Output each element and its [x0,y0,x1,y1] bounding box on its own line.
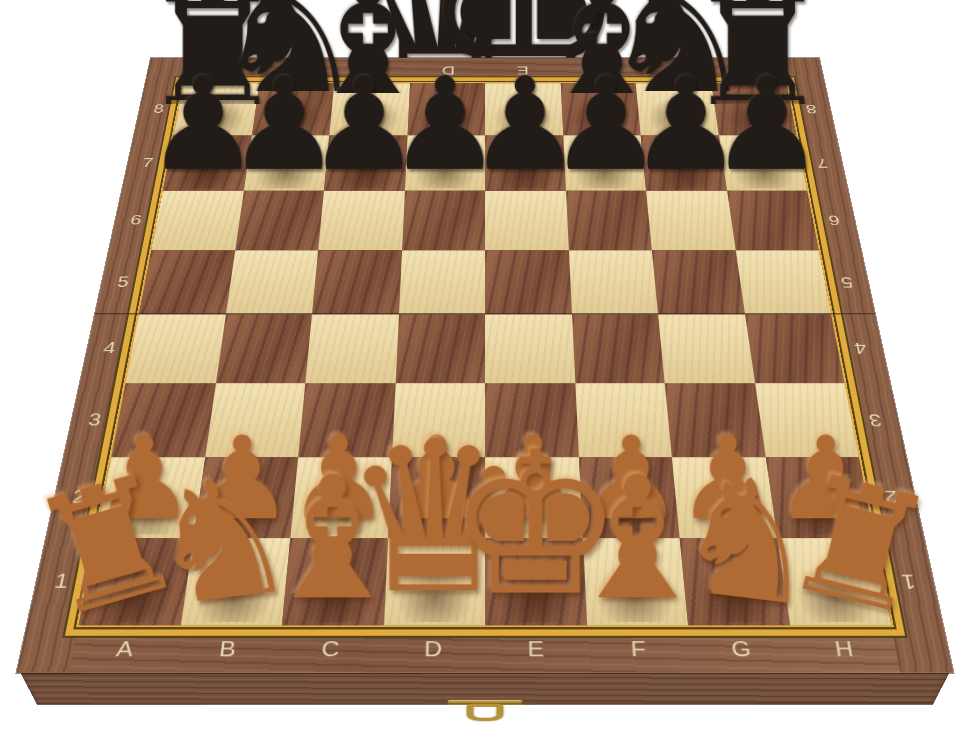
square-e3 [485,383,578,457]
chess-set-product-photo: ABCDEFGH ABCDEFGH 87654321 87654321 ♜♞♝♛… [0,0,970,751]
piece-white-pawn-g2: ♟ [677,421,780,536]
square-c3 [298,383,395,457]
board-3d-wrapper: ABCDEFGH ABCDEFGH 87654321 87654321 ♜♞♝♛… [17,58,954,673]
square-f3 [575,383,672,457]
square-e8: ♚ [485,83,563,135]
square-c1: ♝ [282,538,388,626]
square-e5 [485,250,572,314]
square-h3 [754,383,858,457]
square-h4 [745,314,845,383]
square-b7: ♟ [243,135,329,191]
file-label-bottom-D: D [381,625,485,673]
square-e2: ♟ [485,457,582,538]
file-labels-bottom: ABCDEFGH [70,625,901,673]
square-f8: ♝ [560,83,640,135]
square-d2: ♟ [388,457,485,538]
square-c6 [318,191,404,250]
square-c7: ♟ [324,135,407,191]
folding-chess-board: ABCDEFGH ABCDEFGH 87654321 87654321 ♜♞♝♛… [17,58,954,673]
fold-seam [95,313,876,315]
square-a2: ♟ [96,457,205,538]
file-label-bottom-G: G [688,625,796,673]
file-label-top-E: E [485,58,560,83]
piece-white-pawn-d2: ♟ [385,421,488,536]
piece-white-pawn-f2: ♟ [579,421,682,536]
board-grid: ♜♞♝♛♚♝♞♜♟♟♟♟♟♟♟♟♟♟♟♟♟♟♟♟♜♞♝♛♚♝♞♜ [79,83,891,625]
file-label-bottom-B: B [173,625,281,673]
brass-clasp [448,700,523,724]
square-b8: ♞ [251,83,334,135]
square-a5 [139,250,235,314]
square-f2: ♟ [578,457,679,538]
square-g1: ♞ [680,538,790,626]
square-d7: ♟ [404,135,485,191]
square-e1: ♚ [485,538,587,626]
square-e6 [485,191,568,250]
piece-white-pawn-b2: ♟ [191,421,294,536]
square-a7: ♟ [163,135,252,191]
square-g7: ♟ [641,135,727,191]
square-g4 [658,314,754,383]
square-c5 [312,250,402,314]
file-label-top-G: G [633,58,711,83]
file-label-top-H: H [707,58,786,83]
square-d4 [395,314,485,383]
piece-white-pawn-e2: ♟ [482,421,585,536]
square-a4 [126,314,226,383]
file-labels-top: ABCDEFGH [184,58,787,83]
square-f4 [572,314,665,383]
square-d8: ♛ [407,83,485,135]
file-label-bottom-F: F [587,625,693,673]
square-h6 [727,191,819,250]
square-a6 [151,191,243,250]
square-e7: ♟ [485,135,566,191]
square-c8: ♝ [329,83,409,135]
square-a8: ♜ [174,83,259,135]
square-a1: ♜ [79,538,193,626]
square-b1: ♞ [180,538,290,626]
square-a3 [111,383,215,457]
square-f1: ♝ [582,538,688,626]
file-label-bottom-C: C [277,625,383,673]
file-label-top-A: A [184,58,263,83]
square-g5 [652,250,745,314]
square-f6 [566,191,652,250]
square-h2: ♟ [765,457,874,538]
square-h1: ♜ [777,538,891,626]
file-label-top-D: D [410,58,485,83]
square-g2: ♟ [672,457,777,538]
file-label-top-B: B [259,58,337,83]
square-h8: ♜ [711,83,796,135]
square-c2: ♟ [290,457,391,538]
square-d5 [399,250,486,314]
file-label-bottom-A: A [70,625,181,673]
square-d6 [402,191,485,250]
square-f5 [568,250,658,314]
square-h5 [735,250,831,314]
square-d3 [392,383,485,457]
square-b5 [226,250,319,314]
square-g8: ♞ [636,83,719,135]
file-label-bottom-E: E [485,625,589,673]
square-b4 [216,314,312,383]
square-g3 [665,383,766,457]
square-e4 [485,314,575,383]
square-g6 [646,191,735,250]
clasp-loop-icon [466,704,503,721]
square-f7: ♟ [563,135,646,191]
square-b2: ♟ [193,457,298,538]
file-label-top-C: C [334,58,411,83]
square-b3 [205,383,306,457]
file-label-bottom-H: H [790,625,901,673]
piece-white-pawn-c2: ♟ [288,421,391,536]
square-b6 [235,191,324,250]
square-h7: ♟ [719,135,808,191]
file-label-top-F: F [559,58,636,83]
box-front-edge [20,673,949,705]
square-c4 [305,314,398,383]
square-d1: ♛ [383,538,485,626]
